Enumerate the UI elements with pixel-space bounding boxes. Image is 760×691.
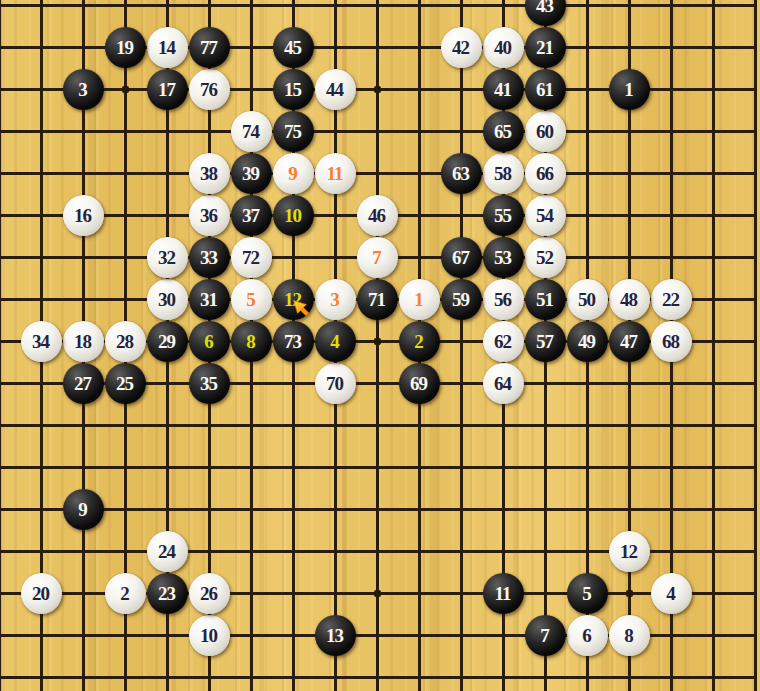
stone-move-number: 14 [158, 38, 176, 57]
stone-black-15[interactable]: 15 [273, 69, 314, 110]
stone-move-number: 61 [536, 80, 554, 99]
stone-black-39[interactable]: 39 [231, 153, 272, 194]
stone-black-33[interactable]: 33 [189, 237, 230, 278]
stone-white-52[interactable]: 52 [525, 237, 566, 278]
stone-move-number: 27 [74, 374, 92, 393]
stone-move-number: 71 [368, 290, 386, 309]
stone-move-number: 40 [494, 38, 512, 57]
stone-white-60[interactable]: 60 [525, 111, 566, 152]
stone-move-number: 52 [536, 248, 554, 267]
stone-move-number: 54 [536, 206, 554, 225]
stone-white-22[interactable]: 22 [651, 279, 692, 320]
grid-line-vertical [712, 0, 715, 691]
stone-move-number: 7 [372, 248, 382, 267]
stone-white-2[interactable]: 2 [105, 573, 146, 614]
stone-white-76[interactable]: 76 [189, 69, 230, 110]
stone-move-number: 33 [200, 248, 218, 267]
stone-move-number: 7 [540, 626, 550, 645]
stone-black-21[interactable]: 21 [525, 27, 566, 68]
stone-move-number: 43 [536, 0, 554, 15]
grid-line-vertical [376, 0, 379, 691]
stone-move-number: 4 [330, 332, 340, 351]
stone-black-43[interactable]: 43 [525, 0, 566, 26]
stone-black-7[interactable]: 7 [525, 615, 566, 656]
stone-move-number: 58 [494, 164, 512, 183]
stone-black-47[interactable]: 47 [609, 321, 650, 362]
stone-move-number: 77 [200, 38, 218, 57]
stone-move-number: 23 [158, 584, 176, 603]
stone-white-30[interactable]: 30 [147, 279, 188, 320]
stone-white-10[interactable]: 10 [189, 615, 230, 656]
stone-move-number: 56 [494, 290, 512, 309]
stone-white-44[interactable]: 44 [315, 69, 356, 110]
star-point [374, 338, 381, 345]
stone-white-8[interactable]: 8 [609, 615, 650, 656]
stone-black-67[interactable]: 67 [441, 237, 482, 278]
stone-move-number: 49 [578, 332, 596, 351]
stone-move-number: 51 [536, 290, 554, 309]
stone-white-1[interactable]: 1 [399, 279, 440, 320]
stone-move-number: 42 [452, 38, 470, 57]
stone-move-number: 75 [284, 122, 302, 141]
star-point [122, 86, 129, 93]
stone-move-number: 45 [284, 38, 302, 57]
stone-move-number: 68 [662, 332, 680, 351]
stone-move-number: 57 [536, 332, 554, 351]
stone-black-10[interactable]: 10 [273, 195, 314, 236]
stone-move-number: 20 [32, 584, 50, 603]
stone-black-49[interactable]: 49 [567, 321, 608, 362]
stone-move-number: 34 [32, 332, 50, 351]
stone-white-7[interactable]: 7 [357, 237, 398, 278]
stone-white-56[interactable]: 56 [483, 279, 524, 320]
stone-black-69[interactable]: 69 [399, 363, 440, 404]
stone-move-number: 8 [624, 626, 634, 645]
stone-move-number: 5 [582, 584, 592, 603]
stone-white-40[interactable]: 40 [483, 27, 524, 68]
stone-black-9[interactable]: 9 [63, 489, 104, 530]
stone-white-32[interactable]: 32 [147, 237, 188, 278]
stone-move-number: 13 [326, 626, 344, 645]
stone-move-number: 64 [494, 374, 512, 393]
stone-black-63[interactable]: 63 [441, 153, 482, 194]
stone-black-27[interactable]: 27 [63, 363, 104, 404]
stone-move-number: 19 [116, 38, 134, 57]
stone-white-70[interactable]: 70 [315, 363, 356, 404]
stone-move-number: 48 [620, 290, 638, 309]
stone-white-6[interactable]: 6 [567, 615, 608, 656]
stone-white-48[interactable]: 48 [609, 279, 650, 320]
stone-black-31[interactable]: 31 [189, 279, 230, 320]
stone-black-8[interactable]: 8 [231, 321, 272, 362]
stone-black-37[interactable]: 37 [231, 195, 272, 236]
stone-black-71[interactable]: 71 [357, 279, 398, 320]
stone-move-number: 15 [284, 80, 302, 99]
stone-white-46[interactable]: 46 [357, 195, 398, 236]
stone-white-50[interactable]: 50 [567, 279, 608, 320]
stone-black-19[interactable]: 19 [105, 27, 146, 68]
stone-white-14[interactable]: 14 [147, 27, 188, 68]
stone-white-18[interactable]: 18 [63, 321, 104, 362]
stone-black-73[interactable]: 73 [273, 321, 314, 362]
stone-black-41[interactable]: 41 [483, 69, 524, 110]
stone-white-68[interactable]: 68 [651, 321, 692, 362]
stone-move-number: 5 [246, 290, 256, 309]
stone-move-number: 73 [284, 332, 302, 351]
stone-move-number: 76 [200, 80, 218, 99]
stone-move-number: 74 [242, 122, 260, 141]
stone-move-number: 69 [410, 374, 428, 393]
stone-black-57[interactable]: 57 [525, 321, 566, 362]
stone-move-number: 65 [494, 122, 512, 141]
stone-move-number: 24 [158, 542, 176, 561]
stone-move-number: 30 [158, 290, 176, 309]
stone-move-number: 9 [288, 164, 298, 183]
star-point [374, 590, 381, 597]
stone-black-77[interactable]: 77 [189, 27, 230, 68]
stone-black-5[interactable]: 5 [567, 573, 608, 614]
stone-move-number: 28 [116, 332, 134, 351]
stone-black-51[interactable]: 51 [525, 279, 566, 320]
stone-move-number: 16 [74, 206, 92, 225]
stone-move-number: 29 [158, 332, 176, 351]
stone-move-number: 10 [284, 206, 302, 225]
stone-black-29[interactable]: 29 [147, 321, 188, 362]
stone-black-13[interactable]: 13 [315, 615, 356, 656]
stone-move-number: 70 [326, 374, 344, 393]
grid-line-vertical [460, 0, 463, 691]
stone-white-72[interactable]: 72 [231, 237, 272, 278]
stone-move-number: 31 [200, 290, 218, 309]
stone-white-16[interactable]: 16 [63, 195, 104, 236]
stone-black-17[interactable]: 17 [147, 69, 188, 110]
stone-black-11[interactable]: 11 [483, 573, 524, 614]
stone-move-number: 53 [494, 248, 512, 267]
stone-move-number: 50 [578, 290, 596, 309]
stone-move-number: 32 [158, 248, 176, 267]
stone-move-number: 9 [78, 500, 88, 519]
stone-move-number: 21 [536, 38, 554, 57]
grid-line-vertical [0, 0, 1, 691]
stone-move-number: 37 [242, 206, 260, 225]
stone-move-number: 10 [200, 626, 218, 645]
stone-black-75[interactable]: 75 [273, 111, 314, 152]
stone-move-number: 67 [452, 248, 470, 267]
stone-move-number: 26 [200, 584, 218, 603]
stone-white-5[interactable]: 5 [231, 279, 272, 320]
stone-move-number: 1 [414, 290, 424, 309]
stone-move-number: 11 [495, 584, 512, 603]
stone-black-65[interactable]: 65 [483, 111, 524, 152]
stone-white-26[interactable]: 26 [189, 573, 230, 614]
stone-black-2[interactable]: 2 [399, 321, 440, 362]
stone-move-number: 55 [494, 206, 512, 225]
stone-black-23[interactable]: 23 [147, 573, 188, 614]
stone-black-4[interactable]: 4 [315, 321, 356, 362]
stone-white-54[interactable]: 54 [525, 195, 566, 236]
stone-move-number: 59 [452, 290, 470, 309]
stone-move-number: 36 [200, 206, 218, 225]
stone-move-number: 22 [662, 290, 680, 309]
stone-move-number: 72 [242, 248, 260, 267]
stone-move-number: 3 [78, 80, 88, 99]
stone-black-3[interactable]: 3 [63, 69, 104, 110]
stone-white-36[interactable]: 36 [189, 195, 230, 236]
stone-move-number: 41 [494, 80, 512, 99]
stone-move-number: 6 [204, 332, 214, 351]
stone-black-53[interactable]: 53 [483, 237, 524, 278]
stone-white-12[interactable]: 12 [609, 531, 650, 572]
stone-move-number: 4 [666, 584, 676, 603]
stone-move-number: 63 [452, 164, 470, 183]
star-point [626, 590, 633, 597]
stone-black-61[interactable]: 61 [525, 69, 566, 110]
stone-black-59[interactable]: 59 [441, 279, 482, 320]
stone-move-number: 35 [200, 374, 218, 393]
stone-white-38[interactable]: 38 [189, 153, 230, 194]
stone-move-number: 38 [200, 164, 218, 183]
stone-move-number: 12 [284, 290, 302, 309]
stone-white-66[interactable]: 66 [525, 153, 566, 194]
stone-black-55[interactable]: 55 [483, 195, 524, 236]
stone-white-4[interactable]: 4 [651, 573, 692, 614]
stone-move-number: 11 [327, 164, 344, 183]
stone-move-number: 47 [620, 332, 638, 351]
stone-move-number: 2 [414, 332, 424, 351]
stone-white-42[interactable]: 42 [441, 27, 482, 68]
stone-move-number: 18 [74, 332, 92, 351]
stone-move-number: 1 [624, 80, 634, 99]
stone-white-64[interactable]: 64 [483, 363, 524, 404]
stone-white-24[interactable]: 24 [147, 531, 188, 572]
go-board[interactable]: 1234567891011121314151617181920212223242… [0, 0, 760, 691]
stone-black-45[interactable]: 45 [273, 27, 314, 68]
stone-move-number: 44 [326, 80, 344, 99]
stone-black-35[interactable]: 35 [189, 363, 230, 404]
stone-move-number: 2 [120, 584, 130, 603]
stone-white-62[interactable]: 62 [483, 321, 524, 362]
stone-move-number: 6 [582, 626, 592, 645]
stone-white-9[interactable]: 9 [273, 153, 314, 194]
stone-move-number: 66 [536, 164, 554, 183]
grid-line-vertical [754, 0, 757, 691]
stone-white-74[interactable]: 74 [231, 111, 272, 152]
stone-black-6[interactable]: 6 [189, 321, 230, 362]
stone-white-3[interactable]: 3 [315, 279, 356, 320]
stone-move-number: 25 [116, 374, 134, 393]
stone-white-58[interactable]: 58 [483, 153, 524, 194]
stone-move-number: 62 [494, 332, 512, 351]
star-point [374, 86, 381, 93]
stone-move-number: 17 [158, 80, 176, 99]
stone-white-34[interactable]: 34 [21, 321, 62, 362]
stone-move-number: 46 [368, 206, 386, 225]
stone-black-12[interactable]: 12 [273, 279, 314, 320]
stone-move-number: 8 [246, 332, 256, 351]
stone-move-number: 60 [536, 122, 554, 141]
stone-move-number: 12 [620, 542, 638, 561]
stone-white-11[interactable]: 11 [315, 153, 356, 194]
stone-move-number: 3 [330, 290, 340, 309]
stone-black-1[interactable]: 1 [609, 69, 650, 110]
stone-white-28[interactable]: 28 [105, 321, 146, 362]
stone-black-25[interactable]: 25 [105, 363, 146, 404]
stone-white-20[interactable]: 20 [21, 573, 62, 614]
stone-move-number: 39 [242, 164, 260, 183]
